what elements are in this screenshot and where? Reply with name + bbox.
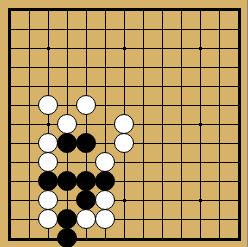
stone-white: ○ (76, 209, 96, 229)
intersection[interactable] (191, 58, 210, 77)
intersection[interactable]: ○ (96, 210, 115, 229)
intersection[interactable] (115, 210, 134, 229)
intersection[interactable] (191, 229, 210, 247)
intersection[interactable] (115, 1, 134, 20)
intersection[interactable] (96, 39, 115, 58)
intersection[interactable] (153, 58, 172, 77)
intersection[interactable] (1, 58, 20, 77)
intersection[interactable] (153, 191, 172, 210)
intersection[interactable] (229, 134, 248, 153)
intersection[interactable] (191, 1, 210, 20)
go-board-screenshot: ○○○○○●●○○○●●●●○●○○●○○● (0, 0, 247, 247)
intersection[interactable] (134, 58, 153, 77)
intersection[interactable] (96, 58, 115, 77)
intersection[interactable] (115, 96, 134, 115)
intersection[interactable]: ● (39, 172, 58, 191)
intersection[interactable] (20, 191, 39, 210)
intersection[interactable] (229, 1, 248, 20)
intersection[interactable] (115, 77, 134, 96)
intersection[interactable] (172, 172, 191, 191)
intersection[interactable]: ○ (58, 115, 77, 134)
intersection[interactable] (191, 20, 210, 39)
intersection[interactable] (191, 210, 210, 229)
intersection[interactable] (1, 134, 20, 153)
intersection[interactable] (191, 153, 210, 172)
intersection[interactable] (172, 77, 191, 96)
intersection[interactable] (172, 229, 191, 247)
intersection[interactable] (134, 39, 153, 58)
intersection[interactable] (210, 229, 229, 247)
intersection[interactable] (191, 77, 210, 96)
intersection[interactable] (58, 153, 77, 172)
stone-white: ○ (38, 152, 58, 172)
intersection[interactable] (96, 96, 115, 115)
intersection[interactable] (172, 96, 191, 115)
intersection[interactable] (210, 77, 229, 96)
intersection[interactable]: ● (58, 134, 77, 153)
stone-white: ○ (95, 190, 115, 210)
intersection[interactable] (172, 191, 191, 210)
intersection[interactable] (153, 96, 172, 115)
stone-white: ○ (38, 133, 58, 153)
intersection[interactable] (77, 115, 96, 134)
intersection[interactable] (172, 39, 191, 58)
intersection[interactable]: ● (58, 210, 77, 229)
intersection[interactable] (58, 1, 77, 20)
intersection[interactable] (1, 115, 20, 134)
intersection[interactable] (77, 58, 96, 77)
intersection[interactable] (229, 77, 248, 96)
star-point (199, 123, 202, 126)
stone-black: ● (76, 133, 96, 153)
intersection[interactable]: ● (96, 172, 115, 191)
stone-white: ○ (76, 95, 96, 115)
intersection[interactable] (96, 115, 115, 134)
intersection[interactable]: ● (58, 172, 77, 191)
intersection[interactable] (210, 39, 229, 58)
intersection[interactable]: ○ (39, 96, 58, 115)
intersection[interactable] (210, 134, 229, 153)
intersection[interactable] (39, 77, 58, 96)
intersection[interactable] (153, 134, 172, 153)
intersection[interactable] (134, 77, 153, 96)
intersection[interactable]: ● (77, 134, 96, 153)
intersection[interactable] (77, 20, 96, 39)
intersection[interactable] (20, 172, 39, 191)
stone-white: ○ (57, 114, 77, 134)
intersection[interactable] (191, 96, 210, 115)
star-point (47, 123, 50, 126)
intersection[interactable] (20, 96, 39, 115)
intersections: ○○○○○●●○○○●●●●○●○○●○○● (1, 1, 248, 247)
intersection[interactable] (229, 39, 248, 58)
intersection[interactable] (20, 39, 39, 58)
intersection[interactable] (153, 1, 172, 20)
intersection[interactable] (172, 210, 191, 229)
intersection[interactable] (229, 191, 248, 210)
intersection[interactable] (153, 115, 172, 134)
star-point (199, 199, 202, 202)
intersection[interactable] (134, 1, 153, 20)
intersection[interactable] (134, 134, 153, 153)
intersection[interactable] (210, 172, 229, 191)
intersection[interactable] (134, 191, 153, 210)
intersection[interactable] (39, 115, 58, 134)
intersection[interactable] (39, 1, 58, 20)
intersection[interactable] (39, 39, 58, 58)
star-point (47, 199, 50, 202)
intersection[interactable] (39, 229, 58, 247)
intersection[interactable] (58, 191, 77, 210)
intersection[interactable] (20, 20, 39, 39)
intersection[interactable] (77, 77, 96, 96)
intersection[interactable] (115, 191, 134, 210)
intersection[interactable] (229, 229, 248, 247)
stone-white: ○ (38, 209, 58, 229)
intersection[interactable] (229, 58, 248, 77)
intersection[interactable] (172, 58, 191, 77)
intersection[interactable] (172, 153, 191, 172)
intersection[interactable] (96, 20, 115, 39)
intersection[interactable] (1, 96, 20, 115)
intersection[interactable] (153, 20, 172, 39)
intersection[interactable] (96, 134, 115, 153)
intersection[interactable] (96, 229, 115, 247)
intersection[interactable] (1, 20, 20, 39)
intersection[interactable] (153, 153, 172, 172)
intersection[interactable] (134, 20, 153, 39)
intersection[interactable] (229, 172, 248, 191)
intersection[interactable] (115, 229, 134, 247)
intersection[interactable] (229, 115, 248, 134)
intersection[interactable] (210, 20, 229, 39)
intersection[interactable] (172, 1, 191, 20)
intersection[interactable] (191, 39, 210, 58)
star-point (123, 47, 126, 50)
stone-black: ● (95, 171, 115, 191)
intersection[interactable] (229, 210, 248, 229)
intersection[interactable]: ○ (115, 115, 134, 134)
intersection[interactable] (153, 172, 172, 191)
stone-black: ● (76, 171, 96, 191)
stone-black: ● (57, 228, 77, 247)
intersection[interactable]: ○ (39, 134, 58, 153)
intersection[interactable] (134, 210, 153, 229)
intersection[interactable] (1, 39, 20, 58)
star-point (47, 47, 50, 50)
intersection[interactable]: ○ (77, 96, 96, 115)
intersection[interactable] (1, 153, 20, 172)
intersection[interactable] (115, 172, 134, 191)
intersection[interactable] (77, 153, 96, 172)
intersection[interactable] (191, 172, 210, 191)
intersection[interactable] (210, 1, 229, 20)
intersection[interactable]: ● (77, 172, 96, 191)
intersection[interactable] (153, 77, 172, 96)
intersection[interactable] (20, 210, 39, 229)
intersection[interactable]: ● (58, 229, 77, 247)
intersection[interactable] (58, 96, 77, 115)
star-point (123, 123, 126, 126)
intersection[interactable] (77, 229, 96, 247)
stone-black: ● (76, 190, 96, 210)
intersection[interactable] (1, 1, 20, 20)
intersection[interactable]: ○ (39, 153, 58, 172)
intersection[interactable] (20, 134, 39, 153)
intersection[interactable] (1, 210, 20, 229)
intersection[interactable] (1, 172, 20, 191)
intersection[interactable]: ○ (96, 191, 115, 210)
stone-white: ○ (38, 95, 58, 115)
intersection[interactable] (134, 172, 153, 191)
intersection[interactable] (229, 153, 248, 172)
intersection[interactable] (1, 191, 20, 210)
intersection[interactable] (191, 134, 210, 153)
stone-white: ○ (95, 209, 115, 229)
intersection[interactable] (153, 229, 172, 247)
intersection[interactable] (210, 115, 229, 134)
stone-black: ● (38, 171, 58, 191)
intersection[interactable] (115, 20, 134, 39)
intersection[interactable] (210, 191, 229, 210)
intersection[interactable] (134, 153, 153, 172)
intersection[interactable] (134, 229, 153, 247)
intersection[interactable] (210, 210, 229, 229)
intersection[interactable] (39, 20, 58, 39)
intersection[interactable] (153, 39, 172, 58)
intersection[interactable] (210, 58, 229, 77)
intersection[interactable]: ○ (39, 191, 58, 210)
intersection[interactable]: ● (77, 191, 96, 210)
intersection[interactable] (77, 39, 96, 58)
stone-black: ● (57, 133, 77, 153)
intersection[interactable] (58, 77, 77, 96)
intersection[interactable] (115, 58, 134, 77)
intersection[interactable] (229, 96, 248, 115)
intersection[interactable] (1, 229, 20, 247)
intersection[interactable] (20, 229, 39, 247)
intersection[interactable] (96, 1, 115, 20)
stone-white: ○ (114, 133, 134, 153)
intersection[interactable] (58, 20, 77, 39)
intersection[interactable] (134, 96, 153, 115)
star-point (199, 47, 202, 50)
stone-black: ● (57, 171, 77, 191)
intersection[interactable] (20, 1, 39, 20)
stone-white: ○ (95, 152, 115, 172)
intersection[interactable]: ○ (77, 210, 96, 229)
intersection[interactable] (115, 153, 134, 172)
intersection[interactable] (172, 20, 191, 39)
intersection[interactable]: ○ (115, 134, 134, 153)
intersection[interactable] (20, 115, 39, 134)
intersection[interactable]: ○ (96, 153, 115, 172)
intersection[interactable] (39, 58, 58, 77)
intersection[interactable] (210, 153, 229, 172)
intersection[interactable] (77, 1, 96, 20)
intersection[interactable] (210, 96, 229, 115)
intersection[interactable] (20, 77, 39, 96)
intersection[interactable] (229, 20, 248, 39)
intersection[interactable] (191, 115, 210, 134)
star-point (123, 199, 126, 202)
intersection[interactable] (1, 77, 20, 96)
intersection[interactable] (20, 153, 39, 172)
intersection[interactable] (153, 210, 172, 229)
intersection[interactable] (191, 191, 210, 210)
intersection[interactable] (115, 39, 134, 58)
stone-black: ● (57, 209, 77, 229)
intersection[interactable] (172, 115, 191, 134)
intersection[interactable]: ○ (39, 210, 58, 229)
intersection[interactable] (20, 58, 39, 77)
intersection[interactable] (58, 58, 77, 77)
intersection[interactable] (58, 39, 77, 58)
intersection[interactable] (134, 115, 153, 134)
intersection[interactable] (172, 134, 191, 153)
intersection[interactable] (96, 77, 115, 96)
